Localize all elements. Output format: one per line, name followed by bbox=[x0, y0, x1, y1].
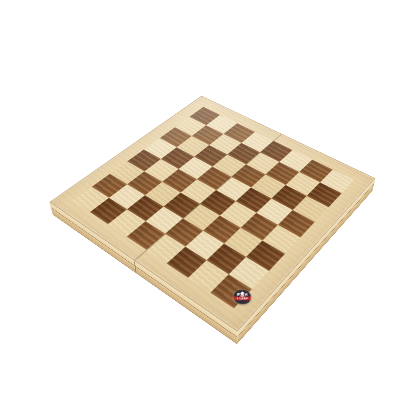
square-r4c0[interactable] bbox=[146, 234, 185, 264]
maker-badge-icon bbox=[233, 290, 251, 305]
square-r7c0[interactable] bbox=[211, 274, 252, 308]
square-r5c0[interactable] bbox=[167, 247, 207, 278]
square-r7c1[interactable] bbox=[229, 257, 269, 289]
board-grid bbox=[73, 107, 354, 309]
square-r6c2[interactable] bbox=[224, 228, 262, 257]
square-r3c2[interactable] bbox=[164, 193, 200, 219]
square-r2c0[interactable] bbox=[108, 209, 146, 236]
square-r5c4[interactable] bbox=[236, 187, 272, 212]
square-r3c0[interactable] bbox=[127, 221, 165, 250]
square-r1c0[interactable] bbox=[90, 198, 127, 224]
square-r0c0[interactable] bbox=[73, 187, 109, 212]
square-r5c2[interactable] bbox=[203, 216, 241, 244]
square-r7c5[interactable] bbox=[293, 196, 329, 222]
square-r6c1[interactable] bbox=[207, 244, 246, 275]
square-r6c3[interactable] bbox=[241, 213, 278, 241]
square-r3c1[interactable] bbox=[146, 207, 183, 234]
board-scene bbox=[0, 0, 416, 416]
square-r4c2[interactable] bbox=[183, 204, 220, 231]
square-r4c3[interactable] bbox=[200, 190, 236, 216]
square-r7c3[interactable] bbox=[262, 225, 300, 254]
square-r6c4[interactable] bbox=[256, 198, 292, 224]
photo-canvas bbox=[0, 0, 416, 416]
square-r5c3[interactable] bbox=[220, 201, 257, 228]
square-r6c0[interactable] bbox=[188, 260, 229, 293]
chess-board-box bbox=[49, 96, 375, 332]
board-top-face bbox=[49, 96, 375, 332]
square-r7c2[interactable] bbox=[246, 240, 285, 270]
square-r7c4[interactable] bbox=[278, 210, 315, 237]
square-r5c1[interactable] bbox=[185, 231, 224, 260]
square-r4c1[interactable] bbox=[165, 218, 203, 246]
square-r2c1[interactable] bbox=[127, 195, 164, 221]
